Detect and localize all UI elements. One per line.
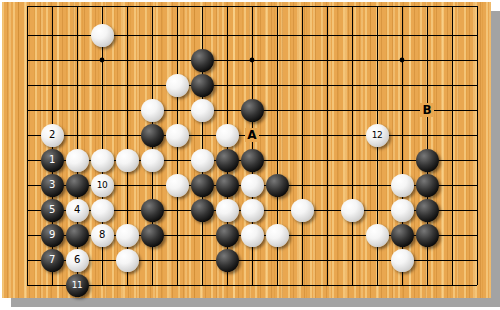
stone-white[interactable] <box>216 124 239 147</box>
stone-black[interactable] <box>216 174 239 197</box>
point-label-A[interactable]: A <box>245 128 258 142</box>
stone-white[interactable] <box>141 99 164 122</box>
stone-white[interactable] <box>66 149 89 172</box>
board-point: 2 <box>40 123 65 148</box>
board-point <box>115 248 140 273</box>
move-number: 5 <box>49 205 55 215</box>
stone-black[interactable] <box>416 224 439 247</box>
stone-black[interactable] <box>141 124 164 147</box>
board-point <box>390 223 415 248</box>
stone-black[interactable] <box>191 74 214 97</box>
board-point <box>190 98 215 123</box>
stone-white[interactable] <box>241 224 264 247</box>
stone-black[interactable] <box>266 174 289 197</box>
stone-black[interactable] <box>141 199 164 222</box>
stone-white[interactable] <box>191 99 214 122</box>
board-point <box>215 173 240 198</box>
board-point <box>240 148 265 173</box>
board-point <box>90 23 115 48</box>
board-point: 12 <box>365 123 390 148</box>
stone-black[interactable] <box>141 224 164 247</box>
board-point: 10 <box>90 173 115 198</box>
stone-white[interactable] <box>191 149 214 172</box>
board-point <box>415 223 440 248</box>
board-point <box>340 198 365 223</box>
move-number: 10 <box>97 180 107 190</box>
stone-black[interactable] <box>216 224 239 247</box>
board-point <box>65 223 90 248</box>
move-number: 4 <box>74 205 80 215</box>
stone-white[interactable]: 4 <box>66 199 89 222</box>
board-point: 3 <box>40 173 65 198</box>
go-board[interactable]: 212131054987611AB <box>2 2 491 298</box>
stone-black[interactable] <box>66 174 89 197</box>
stone-white[interactable] <box>291 199 314 222</box>
board-point <box>215 248 240 273</box>
move-number: 7 <box>49 255 55 265</box>
stone-white[interactable]: 10 <box>91 174 114 197</box>
board-point <box>240 173 265 198</box>
stone-white[interactable] <box>91 199 114 222</box>
board-point: 4 <box>65 198 90 223</box>
board-point <box>90 198 115 223</box>
stone-white[interactable] <box>216 199 239 222</box>
stone-black[interactable] <box>216 149 239 172</box>
board-point: B <box>415 98 440 123</box>
stone-black[interactable] <box>241 149 264 172</box>
stone-white[interactable] <box>391 174 414 197</box>
board-point: 6 <box>65 248 90 273</box>
stone-black[interactable]: 3 <box>41 174 64 197</box>
board-point: 5 <box>40 198 65 223</box>
board-point: A <box>240 123 265 148</box>
board-point <box>265 223 290 248</box>
stone-white[interactable] <box>166 174 189 197</box>
stone-black[interactable]: 7 <box>41 249 64 272</box>
board-point <box>140 223 165 248</box>
board-point <box>65 148 90 173</box>
stone-white[interactable] <box>341 199 364 222</box>
board-point <box>190 73 215 98</box>
move-number: 1 <box>49 155 55 165</box>
board-point <box>190 148 215 173</box>
move-number: 11 <box>72 280 82 290</box>
board-point <box>190 48 215 73</box>
stone-white[interactable] <box>241 199 264 222</box>
stone-white[interactable]: 8 <box>91 224 114 247</box>
stone-white[interactable]: 12 <box>366 124 389 147</box>
board-point <box>165 123 190 148</box>
board-point: 1 <box>40 148 65 173</box>
board-point <box>190 198 215 223</box>
board-point <box>165 73 190 98</box>
stone-black[interactable] <box>416 174 439 197</box>
stone-white[interactable] <box>166 74 189 97</box>
board-point <box>190 173 215 198</box>
board-point <box>140 198 165 223</box>
board-point <box>90 148 115 173</box>
board-point <box>415 148 440 173</box>
stone-black[interactable]: 9 <box>41 224 64 247</box>
stone-black[interactable] <box>66 224 89 247</box>
board-point <box>265 173 290 198</box>
stone-black[interactable] <box>391 224 414 247</box>
board-point <box>415 198 440 223</box>
stone-white[interactable] <box>91 24 114 47</box>
board-point <box>215 148 240 173</box>
board-point <box>390 173 415 198</box>
board-point <box>115 148 140 173</box>
stone-black[interactable]: 5 <box>41 199 64 222</box>
board-point <box>165 173 190 198</box>
move-number: 12 <box>372 130 382 140</box>
stone-black[interactable] <box>216 249 239 272</box>
board-point <box>415 173 440 198</box>
stone-white[interactable] <box>241 174 264 197</box>
move-number: 9 <box>49 230 55 240</box>
board-point <box>115 223 140 248</box>
stone-black[interactable] <box>191 49 214 72</box>
move-number: 6 <box>74 255 80 265</box>
stone-white[interactable] <box>116 149 139 172</box>
board-point <box>140 123 165 148</box>
board-point <box>140 98 165 123</box>
stone-black[interactable] <box>191 174 214 197</box>
stone-white[interactable] <box>266 224 289 247</box>
board-point <box>215 223 240 248</box>
stone-black[interactable] <box>416 199 439 222</box>
stone-black[interactable] <box>191 199 214 222</box>
board-point <box>390 248 415 273</box>
board-point: 9 <box>40 223 65 248</box>
board-point <box>240 223 265 248</box>
board-point <box>390 198 415 223</box>
board-point: 8 <box>90 223 115 248</box>
stone-black[interactable]: 1 <box>41 149 64 172</box>
move-number: 8 <box>99 230 105 240</box>
board-point <box>65 173 90 198</box>
stone-white[interactable] <box>91 149 114 172</box>
stone-white[interactable] <box>391 249 414 272</box>
board-point <box>240 198 265 223</box>
stone-white[interactable] <box>391 199 414 222</box>
board-point <box>215 198 240 223</box>
board-point: 11 <box>65 273 90 298</box>
board-point <box>365 223 390 248</box>
stone-white[interactable] <box>166 124 189 147</box>
board-point <box>140 148 165 173</box>
stone-white[interactable]: 6 <box>66 249 89 272</box>
stone-white[interactable] <box>366 224 389 247</box>
stone-white[interactable]: 2 <box>41 124 64 147</box>
move-number: 2 <box>49 130 55 140</box>
move-number: 3 <box>49 180 55 190</box>
stone-white[interactable] <box>141 149 164 172</box>
stone-black[interactable] <box>416 149 439 172</box>
go-diagram: 212131054987611AB <box>0 0 500 310</box>
stone-black[interactable] <box>241 99 264 122</box>
board-point <box>240 98 265 123</box>
board-point <box>290 198 315 223</box>
point-label-B[interactable]: B <box>420 103 433 117</box>
board-point <box>215 123 240 148</box>
stone-white[interactable] <box>116 249 139 272</box>
board-point: 7 <box>40 248 65 273</box>
stones-layer: 212131054987611AB <box>15 0 490 298</box>
stone-white[interactable] <box>116 224 139 247</box>
stone-black[interactable]: 11 <box>66 274 89 297</box>
